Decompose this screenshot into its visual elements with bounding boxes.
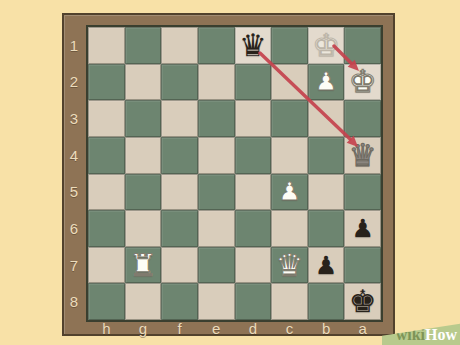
square-g3[interactable] bbox=[125, 100, 162, 137]
square-e8[interactable] bbox=[198, 283, 235, 320]
square-f6[interactable] bbox=[161, 210, 198, 247]
file-labels: hgfedcba bbox=[88, 320, 381, 337]
square-e1[interactable] bbox=[198, 27, 235, 64]
white-rook[interactable]: ♜ bbox=[129, 250, 157, 281]
file-label-a: a bbox=[344, 320, 381, 337]
square-d3[interactable] bbox=[235, 100, 272, 137]
file-label-c: c bbox=[271, 320, 308, 337]
screenshot-canvas: 12345678 hgfedcba ♛♚♟♚♛♟♟♜♛♟♚ wikiHow bbox=[0, 0, 460, 345]
file-label-g: g bbox=[125, 320, 162, 337]
rank-label-7: 7 bbox=[62, 247, 86, 284]
black-queen[interactable]: ♛ bbox=[239, 30, 267, 61]
square-b1[interactable]: ♚ bbox=[308, 27, 345, 64]
file-label-e: e bbox=[198, 320, 235, 337]
square-b7[interactable]: ♟ bbox=[308, 247, 345, 284]
file-label-b: b bbox=[308, 320, 345, 337]
square-c8[interactable] bbox=[271, 283, 308, 320]
square-a8[interactable]: ♚ bbox=[344, 283, 381, 320]
square-c1[interactable] bbox=[271, 27, 308, 64]
square-d8[interactable] bbox=[235, 283, 272, 320]
square-g6[interactable] bbox=[125, 210, 162, 247]
square-a3[interactable] bbox=[344, 100, 381, 137]
square-h2[interactable] bbox=[88, 64, 125, 101]
rank-label-4: 4 bbox=[62, 137, 86, 174]
white-king-ghost[interactable]: ♚ bbox=[312, 30, 340, 61]
square-a2[interactable]: ♚ bbox=[344, 64, 381, 101]
square-f1[interactable] bbox=[161, 27, 198, 64]
square-f5[interactable] bbox=[161, 174, 198, 211]
square-g4[interactable] bbox=[125, 137, 162, 174]
square-h3[interactable] bbox=[88, 100, 125, 137]
rank-labels: 12345678 bbox=[62, 27, 86, 320]
square-d4[interactable] bbox=[235, 137, 272, 174]
square-a4[interactable]: ♛ bbox=[344, 137, 381, 174]
file-label-f: f bbox=[161, 320, 198, 337]
square-g7[interactable]: ♜ bbox=[125, 247, 162, 284]
square-c6[interactable] bbox=[271, 210, 308, 247]
square-h8[interactable] bbox=[88, 283, 125, 320]
square-e2[interactable] bbox=[198, 64, 235, 101]
black-pawn[interactable]: ♟ bbox=[315, 253, 337, 278]
white-pawn[interactable]: ♟ bbox=[315, 69, 337, 94]
square-b3[interactable] bbox=[308, 100, 345, 137]
square-h1[interactable] bbox=[88, 27, 125, 64]
file-label-d: d bbox=[235, 320, 272, 337]
rank-label-6: 6 bbox=[62, 210, 86, 247]
square-b5[interactable] bbox=[308, 174, 345, 211]
square-c4[interactable] bbox=[271, 137, 308, 174]
square-c5[interactable]: ♟ bbox=[271, 174, 308, 211]
square-g2[interactable] bbox=[125, 64, 162, 101]
rank-label-5: 5 bbox=[62, 174, 86, 211]
file-label-h: h bbox=[88, 320, 125, 337]
square-h4[interactable] bbox=[88, 137, 125, 174]
square-b6[interactable] bbox=[308, 210, 345, 247]
square-a1[interactable] bbox=[344, 27, 381, 64]
black-king[interactable]: ♚ bbox=[349, 286, 377, 317]
chess-board: ♛♚♟♚♛♟♟♜♛♟♚ bbox=[86, 25, 383, 322]
square-h5[interactable] bbox=[88, 174, 125, 211]
square-f4[interactable] bbox=[161, 137, 198, 174]
square-d2[interactable] bbox=[235, 64, 272, 101]
square-b4[interactable] bbox=[308, 137, 345, 174]
square-e6[interactable] bbox=[198, 210, 235, 247]
square-e7[interactable] bbox=[198, 247, 235, 284]
square-h6[interactable] bbox=[88, 210, 125, 247]
square-d7[interactable] bbox=[235, 247, 272, 284]
rank-label-2: 2 bbox=[62, 64, 86, 101]
square-d5[interactable] bbox=[235, 174, 272, 211]
square-c3[interactable] bbox=[271, 100, 308, 137]
rank-label-1: 1 bbox=[62, 27, 86, 64]
square-e3[interactable] bbox=[198, 100, 235, 137]
square-g1[interactable] bbox=[125, 27, 162, 64]
gray-queen-ghost[interactable]: ♛ bbox=[349, 140, 377, 171]
square-a6[interactable]: ♟ bbox=[344, 210, 381, 247]
square-d6[interactable] bbox=[235, 210, 272, 247]
white-queen[interactable]: ♛ bbox=[276, 250, 304, 281]
wikihow-wiki-text: wiki bbox=[396, 326, 425, 344]
square-b8[interactable] bbox=[308, 283, 345, 320]
white-pawn[interactable]: ♟ bbox=[278, 179, 300, 204]
rank-label-3: 3 bbox=[62, 100, 86, 137]
square-g5[interactable] bbox=[125, 174, 162, 211]
square-f2[interactable] bbox=[161, 64, 198, 101]
square-a7[interactable] bbox=[344, 247, 381, 284]
square-g8[interactable] bbox=[125, 283, 162, 320]
black-pawn[interactable]: ♟ bbox=[351, 216, 373, 241]
square-e5[interactable] bbox=[198, 174, 235, 211]
square-e4[interactable] bbox=[198, 137, 235, 174]
square-c7[interactable]: ♛ bbox=[271, 247, 308, 284]
wikihow-how-text: How bbox=[425, 326, 457, 344]
square-a5[interactable] bbox=[344, 174, 381, 211]
square-d1[interactable]: ♛ bbox=[235, 27, 272, 64]
square-h7[interactable] bbox=[88, 247, 125, 284]
square-c2[interactable] bbox=[271, 64, 308, 101]
square-f3[interactable] bbox=[161, 100, 198, 137]
square-f8[interactable] bbox=[161, 283, 198, 320]
square-b2[interactable]: ♟ bbox=[308, 64, 345, 101]
square-f7[interactable] bbox=[161, 247, 198, 284]
rank-label-8: 8 bbox=[62, 283, 86, 320]
white-king[interactable]: ♚ bbox=[349, 66, 377, 97]
